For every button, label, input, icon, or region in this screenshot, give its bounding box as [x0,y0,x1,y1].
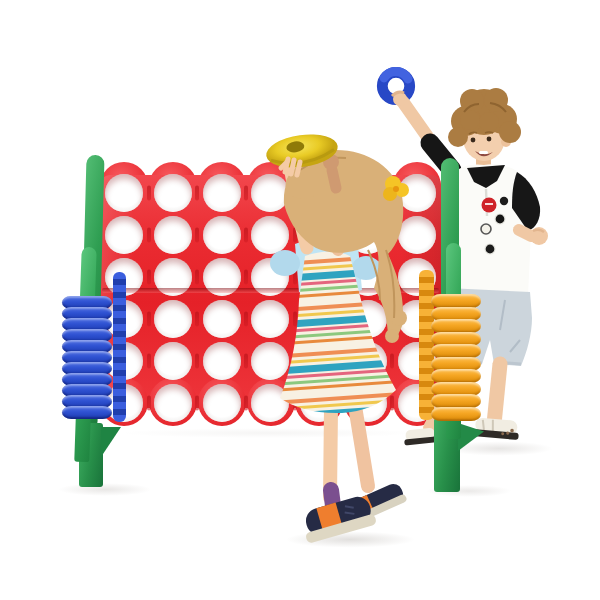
boy-shirt-badges [481,197,508,254]
empty-hole [300,384,338,422]
board-cell-r2c5[interactable] [295,214,344,256]
board-cell-r5c5[interactable] [295,340,344,382]
girl-shadow [283,531,417,548]
board-cell-r5c3[interactable] [197,340,246,382]
empty-hole [349,216,387,254]
boy-head [448,88,521,161]
empty-hole [300,216,338,254]
empty-hole [251,216,289,254]
empty-hole [251,174,289,212]
empty-hole [154,342,192,380]
yellow-storage-disc [431,344,481,358]
board-cell-r6c4[interactable] [246,382,295,424]
board-cell-r1c4[interactable] [246,172,295,214]
board-cell-r4c5[interactable] [295,298,344,340]
left-leg-shadow [58,483,152,496]
connect-four-board [100,148,441,440]
blue-disc-stack[interactable] [62,296,112,419]
empty-hole [203,342,241,380]
yellow-disc-stack[interactable] [431,294,481,421]
board-cell-r2c1[interactable] [100,214,149,256]
boy-down-arm [519,227,548,245]
board-cell-r6c2[interactable] [149,382,198,424]
empty-hole [398,216,436,254]
empty-hole [349,384,387,422]
empty-hole [154,300,192,338]
back-stack-blue [113,272,126,422]
empty-hole [154,384,192,422]
empty-hole [203,384,241,422]
board-cell-r1c5[interactable] [295,172,344,214]
board-cell-r2c6[interactable] [344,214,393,256]
empty-hole [251,300,289,338]
board-cell-r6c3[interactable] [197,382,246,424]
yellow-storage-disc [431,294,481,308]
empty-hole [203,300,241,338]
board-cell-r2c3[interactable] [197,214,246,256]
board-cell-r1c2[interactable] [149,172,198,214]
empty-hole [105,216,143,254]
yellow-storage-disc [431,369,481,383]
empty-hole [251,384,289,422]
empty-hole [300,300,338,338]
board-cell-r4c2[interactable] [149,298,198,340]
yellow-storage-disc [431,407,481,421]
board-cell-r2c4[interactable] [246,214,295,256]
board-cell-r4c6[interactable] [344,298,393,340]
product-photo-scene [0,0,600,600]
board-grid [100,172,441,424]
board-cell-r4c4[interactable] [246,298,295,340]
board-cell-r6c6[interactable] [344,382,393,424]
frame-leg-left-foot [101,427,121,457]
yellow-storage-disc [431,319,481,333]
empty-hole [203,174,241,212]
board-cell-r5c6[interactable] [344,340,393,382]
board-cell-r6c5[interactable] [295,382,344,424]
empty-hole [154,216,192,254]
board-cell-r1c1[interactable] [100,172,149,214]
board-cell-r1c6[interactable] [344,172,393,214]
boy-held-disc-blue [382,71,409,99]
blue-storage-disc [62,406,112,419]
empty-hole [349,342,387,380]
empty-hole [203,216,241,254]
empty-hole [251,342,289,380]
empty-hole [154,174,192,212]
board-cell-r2c7[interactable] [392,214,441,256]
board-cell-r5c2[interactable] [149,340,198,382]
empty-hole [398,174,436,212]
boy-sandal-right [472,417,519,440]
girl-shoe-back [350,481,407,523]
board-cell-r5c4[interactable] [246,340,295,382]
board-cell-r1c3[interactable] [197,172,246,214]
board-cell-r1c7[interactable] [392,172,441,214]
board-seam [102,288,439,293]
empty-hole [349,174,387,212]
empty-hole [300,174,338,212]
empty-hole [349,300,387,338]
board-cell-r2c2[interactable] [149,214,198,256]
yellow-storage-disc [431,394,481,408]
boy-hair [448,88,521,147]
board-cell-r4c3[interactable] [197,298,246,340]
girl-sock-purple [331,490,333,506]
empty-hole [105,174,143,212]
empty-hole [300,342,338,380]
